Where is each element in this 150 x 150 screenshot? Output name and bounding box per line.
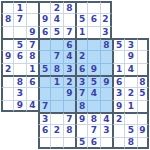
cell-r1c8-given[interactable]: 2	[100, 13, 112, 25]
cell-r2c3-given[interactable]: 6	[38, 26, 50, 38]
cell-r2c4-given[interactable]: 5	[50, 26, 62, 38]
cell-r8c6-given[interactable]: 8	[75, 100, 87, 112]
cell-r7c8[interactable]	[100, 87, 112, 99]
cell-r7c11-given[interactable]: 5	[137, 87, 149, 99]
void-r9c1	[13, 112, 25, 124]
cell-r11c6-given[interactable]: 5	[75, 137, 87, 149]
cell-r7c0[interactable]	[1, 87, 13, 99]
cell-r8c1-given[interactable]: 9	[13, 100, 25, 112]
cell-r0c8[interactable]	[100, 1, 112, 13]
cell-r5c10-given[interactable]: 4	[124, 63, 136, 75]
cell-r3c4[interactable]	[50, 38, 62, 50]
cell-r11c10-given[interactable]: 8	[124, 137, 136, 149]
cell-r7c6-given[interactable]: 7	[75, 87, 87, 99]
cell-r10c10-given[interactable]: 5	[124, 124, 136, 136]
cell-r4c3[interactable]	[38, 50, 50, 62]
cell-r3c11[interactable]	[137, 38, 149, 50]
cell-r4c4-given[interactable]: 7	[50, 50, 62, 62]
cell-r3c1-given[interactable]: 5	[13, 38, 25, 50]
cell-r10c6[interactable]	[75, 124, 87, 136]
cell-r6c6-given[interactable]: 3	[75, 75, 87, 87]
cell-r2c2-given[interactable]: 9	[26, 26, 38, 38]
void-r2c10	[124, 26, 136, 38]
cell-r6c11-given[interactable]: 8	[137, 75, 149, 87]
cell-r3c5-given[interactable]: 6	[63, 38, 75, 50]
cell-r9c9-given[interactable]: 2	[112, 112, 124, 124]
cell-r11c3[interactable]	[38, 137, 50, 149]
cell-r2c6-given[interactable]: 1	[75, 26, 87, 38]
cell-r8c10-given[interactable]: 1	[124, 100, 136, 112]
cell-r3c9-given[interactable]: 5	[112, 38, 124, 50]
cell-r1c3-given[interactable]: 9	[38, 13, 50, 25]
cell-r10c11-given[interactable]: 9	[137, 124, 149, 136]
cell-r10c9[interactable]	[112, 124, 124, 136]
cell-r11c5[interactable]	[63, 137, 75, 149]
cell-r1c4-given[interactable]: 4	[50, 13, 62, 25]
cell-r9c10[interactable]	[124, 112, 136, 124]
cell-r6c4-given[interactable]: 1	[50, 75, 62, 87]
cell-r3c2-given[interactable]: 7	[26, 38, 38, 50]
cell-r4c8[interactable]	[100, 50, 112, 62]
cell-r4c1-given[interactable]: 6	[13, 50, 25, 62]
puzzle-grid: 1288794562965713576853968742921583691486…	[1, 1, 149, 149]
void-r2c9	[112, 26, 124, 38]
cell-r1c0-given[interactable]: 8	[1, 13, 13, 25]
cell-r0c1-given[interactable]: 1	[13, 1, 25, 13]
cell-r8c4[interactable]	[50, 100, 62, 112]
cell-r4c5-given[interactable]: 4	[63, 50, 75, 62]
void-r1c10	[124, 13, 136, 25]
cell-r7c9-given[interactable]: 3	[112, 87, 124, 99]
cell-r11c9[interactable]	[112, 137, 124, 149]
cell-r6c0[interactable]	[1, 75, 13, 87]
cell-r1c1-given[interactable]: 7	[13, 13, 25, 25]
void-r1c9	[112, 13, 124, 25]
cell-r0c6[interactable]	[75, 1, 87, 13]
cell-r5c8[interactable]	[100, 63, 112, 75]
cell-r4c6-given[interactable]: 2	[75, 50, 87, 62]
cell-r0c2[interactable]	[26, 1, 38, 13]
void-r11c2	[26, 137, 38, 149]
cell-r7c7-given[interactable]: 4	[87, 87, 99, 99]
void-r1c11	[137, 13, 149, 25]
cell-r2c7[interactable]	[87, 26, 99, 38]
cell-r9c5-given[interactable]: 7	[63, 112, 75, 124]
cell-r6c5-given[interactable]: 2	[63, 75, 75, 87]
cell-r0c0[interactable]	[1, 1, 13, 13]
cell-r5c1[interactable]	[13, 63, 25, 75]
cell-r2c8-given[interactable]: 3	[100, 26, 112, 38]
cell-r4c11[interactable]	[137, 50, 149, 62]
cell-r8c5[interactable]	[63, 100, 75, 112]
void-r0c11	[137, 1, 149, 13]
cell-r10c8-given[interactable]: 3	[100, 124, 112, 136]
cell-r3c3[interactable]	[38, 38, 50, 50]
cell-r4c7[interactable]	[87, 50, 99, 62]
cell-r8c9-given[interactable]: 9	[112, 100, 124, 112]
cell-r2c1[interactable]	[13, 26, 25, 38]
cell-r9c4[interactable]	[50, 112, 62, 124]
cell-r9c3-given[interactable]: 3	[38, 112, 50, 124]
void-r10c2	[26, 124, 38, 136]
cell-r8c3-given[interactable]: 7	[38, 100, 50, 112]
cell-r5c5-given[interactable]: 3	[63, 63, 75, 75]
cell-r8c7[interactable]	[87, 100, 99, 112]
cell-r10c7-given[interactable]: 7	[87, 124, 99, 136]
cell-r2c5-given[interactable]: 7	[63, 26, 75, 38]
cell-r7c2[interactable]	[26, 87, 38, 99]
cell-r11c7-given[interactable]: 6	[87, 137, 99, 149]
cell-r9c8-given[interactable]: 4	[100, 112, 112, 124]
cell-r6c2-given[interactable]: 6	[26, 75, 38, 87]
cell-r8c8[interactable]	[100, 100, 112, 112]
cell-r3c6[interactable]	[75, 38, 87, 50]
cell-r1c2[interactable]	[26, 13, 38, 25]
cell-r6c7-given[interactable]: 5	[87, 75, 99, 87]
cell-r9c6-given[interactable]: 9	[75, 112, 87, 124]
void-r0c10	[124, 1, 136, 13]
cell-r8c2-given[interactable]: 4	[26, 100, 38, 112]
cell-r11c4[interactable]	[50, 137, 62, 149]
cell-r6c3[interactable]	[38, 75, 50, 87]
void-r11c0	[1, 137, 13, 149]
cell-r7c4[interactable]	[50, 87, 62, 99]
cell-r9c7-given[interactable]: 8	[87, 112, 99, 124]
cell-r9c11[interactable]	[137, 112, 149, 124]
cell-r5c3-given[interactable]: 5	[38, 63, 50, 75]
cell-r2c0[interactable]	[1, 26, 13, 38]
cell-r5c9-given[interactable]: 1	[112, 63, 124, 75]
cell-r0c7[interactable]	[87, 1, 99, 13]
cell-r10c3-given[interactable]: 6	[38, 124, 50, 136]
cell-r6c8-given[interactable]: 9	[100, 75, 112, 87]
cell-r0c5-given[interactable]: 8	[63, 1, 75, 13]
cell-r4c2-given[interactable]: 8	[26, 50, 38, 62]
cell-r6c9-given[interactable]: 6	[112, 75, 124, 87]
cell-r8c11[interactable]	[137, 100, 149, 112]
void-r11c1	[13, 137, 25, 149]
cell-r3c7[interactable]	[87, 38, 99, 50]
void-r9c2	[26, 112, 38, 124]
cell-r4c9[interactable]	[112, 50, 124, 62]
cell-r10c5-given[interactable]: 8	[63, 124, 75, 136]
cell-r1c6-given[interactable]: 5	[75, 13, 87, 25]
void-r10c1	[13, 124, 25, 136]
cell-r0c3[interactable]	[38, 1, 50, 13]
sudoku-puzzle: 1288794562965713576853968742921583691486…	[0, 0, 150, 150]
cell-r6c10[interactable]	[124, 75, 136, 87]
cell-r5c11[interactable]	[137, 63, 149, 75]
cell-r3c0[interactable]	[1, 38, 13, 50]
void-r9c0	[1, 112, 13, 124]
cell-r1c7-given[interactable]: 6	[87, 13, 99, 25]
cell-r4c0-given[interactable]: 9	[1, 50, 13, 62]
cell-r1c5[interactable]	[63, 13, 75, 25]
cell-r5c0-given[interactable]: 2	[1, 63, 13, 75]
cell-r11c11[interactable]	[137, 137, 149, 149]
cell-r6c1-given[interactable]: 8	[13, 75, 25, 87]
cell-r7c1-given[interactable]: 3	[13, 87, 25, 99]
cell-r10c4-given[interactable]: 2	[50, 124, 62, 136]
cell-r7c5-given[interactable]: 9	[63, 87, 75, 99]
cell-r5c7-given[interactable]: 9	[87, 63, 99, 75]
cell-r3c10-given[interactable]: 3	[124, 38, 136, 50]
cell-r11c8[interactable]	[100, 137, 112, 149]
cell-r0c4-given[interactable]: 2	[50, 1, 62, 13]
cell-r4c10-given[interactable]: 9	[124, 50, 136, 62]
cell-r7c3[interactable]	[38, 87, 50, 99]
cell-r5c2-given[interactable]: 1	[26, 63, 38, 75]
cell-r7c10-given[interactable]: 2	[124, 87, 136, 99]
cell-r8c0[interactable]	[1, 100, 13, 112]
void-r0c9	[112, 1, 124, 13]
void-r2c11	[137, 26, 149, 38]
void-r10c0	[1, 124, 13, 136]
cell-r5c6-given[interactable]: 6	[75, 63, 87, 75]
cell-r3c8-given[interactable]: 8	[100, 38, 112, 50]
cell-r5c4-given[interactable]: 8	[50, 63, 62, 75]
